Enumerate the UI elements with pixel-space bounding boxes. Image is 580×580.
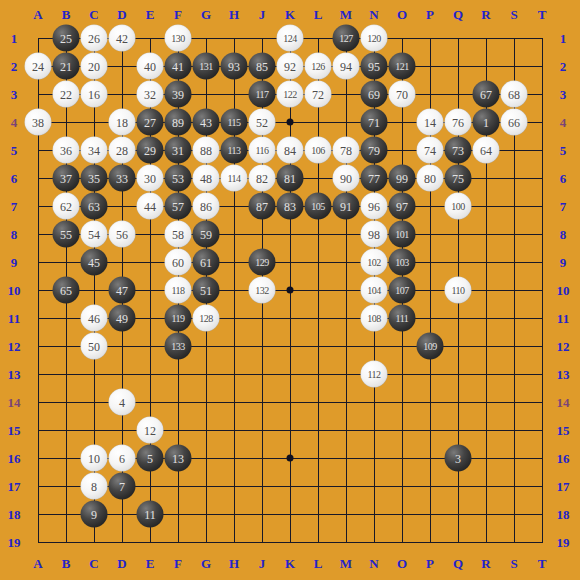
move-number: 108 (367, 313, 381, 323)
white-stone-E6: 30 (137, 165, 164, 192)
row-label-right: 15 (557, 424, 570, 437)
white-stone-C8: 54 (81, 221, 108, 248)
black-stone-F11: 119 (165, 305, 192, 332)
move-number: 112 (367, 369, 380, 379)
black-stone-N2: 95 (361, 53, 388, 80)
move-number: 65 (60, 284, 72, 296)
move-number: 21 (60, 60, 72, 72)
white-stone-Q10: 110 (445, 277, 472, 304)
black-stone-O7: 97 (389, 193, 416, 220)
white-stone-L3: 72 (305, 81, 332, 108)
move-number: 83 (284, 200, 296, 212)
row-label-right: 19 (557, 536, 570, 549)
black-stone-O11: 111 (389, 305, 416, 332)
black-stone-J7: 87 (249, 193, 276, 220)
black-stone-J2: 85 (249, 53, 276, 80)
move-number: 6 (119, 452, 125, 464)
white-stone-B7: 62 (53, 193, 80, 220)
column-label-top: R (481, 8, 490, 21)
black-stone-O2: 121 (389, 53, 416, 80)
move-number: 39 (172, 88, 184, 100)
row-label-left: 16 (8, 452, 21, 465)
move-number: 50 (88, 340, 100, 352)
move-number: 92 (284, 60, 296, 72)
move-number: 82 (256, 172, 268, 184)
white-stone-B5: 36 (53, 137, 80, 164)
move-number: 18 (116, 116, 128, 128)
column-label-top: L (314, 8, 323, 21)
move-number: 129 (255, 257, 269, 267)
black-stone-F7: 57 (165, 193, 192, 220)
move-number: 80 (424, 172, 436, 184)
star-point-K10 (287, 287, 294, 294)
row-label-right: 16 (557, 452, 570, 465)
white-stone-N8: 98 (361, 221, 388, 248)
white-stone-A2: 24 (25, 53, 52, 80)
move-number: 49 (116, 312, 128, 324)
black-stone-O6: 99 (389, 165, 416, 192)
row-label-left: 4 (11, 116, 18, 129)
row-label-right: 11 (557, 312, 569, 325)
move-number: 84 (284, 144, 296, 156)
move-number: 10 (88, 452, 100, 464)
row-label-left: 19 (8, 536, 21, 549)
white-stone-N1: 120 (361, 25, 388, 52)
white-stone-C3: 16 (81, 81, 108, 108)
column-label-top: D (117, 8, 126, 21)
move-number: 88 (200, 144, 212, 156)
white-stone-K2: 92 (277, 53, 304, 80)
move-number: 28 (116, 144, 128, 156)
move-number: 95 (368, 60, 380, 72)
move-number: 13 (172, 452, 184, 464)
white-stone-R5: 64 (473, 137, 500, 164)
white-stone-N7: 96 (361, 193, 388, 220)
move-number: 81 (284, 172, 296, 184)
white-stone-C11: 46 (81, 305, 108, 332)
black-stone-G4: 43 (193, 109, 220, 136)
white-stone-C5: 34 (81, 137, 108, 164)
black-stone-E5: 29 (137, 137, 164, 164)
black-stone-Q5: 73 (445, 137, 472, 164)
column-label-top: A (33, 8, 42, 21)
row-label-right: 1 (560, 32, 567, 45)
white-stone-E2: 40 (137, 53, 164, 80)
column-label-bottom: J (259, 557, 266, 570)
move-number: 29 (144, 144, 156, 156)
move-number: 94 (340, 60, 352, 72)
black-stone-P12: 109 (417, 333, 444, 360)
column-label-bottom: S (510, 557, 517, 570)
move-number: 115 (227, 117, 240, 127)
move-number: 3 (455, 452, 461, 464)
white-stone-C16: 10 (81, 445, 108, 472)
white-stone-J6: 82 (249, 165, 276, 192)
black-stone-G10: 51 (193, 277, 220, 304)
black-stone-B10: 65 (53, 277, 80, 304)
black-stone-K6: 81 (277, 165, 304, 192)
white-stone-F1: 130 (165, 25, 192, 52)
white-stone-M6: 90 (333, 165, 360, 192)
row-label-left: 6 (11, 172, 18, 185)
move-number: 8 (91, 480, 97, 492)
white-stone-D16: 6 (109, 445, 136, 472)
move-number: 56 (116, 228, 128, 240)
white-stone-N13: 112 (361, 361, 388, 388)
move-number: 52 (256, 116, 268, 128)
white-stone-D14: 4 (109, 389, 136, 416)
column-label-bottom: H (229, 557, 239, 570)
move-number: 41 (172, 60, 184, 72)
row-label-left: 5 (11, 144, 18, 157)
row-label-right: 13 (557, 368, 570, 381)
move-number: 97 (396, 200, 408, 212)
row-label-right: 5 (560, 144, 567, 157)
white-stone-C12: 50 (81, 333, 108, 360)
white-stone-N9: 102 (361, 249, 388, 276)
black-stone-F4: 89 (165, 109, 192, 136)
white-stone-G11: 128 (193, 305, 220, 332)
move-number: 104 (367, 285, 381, 295)
move-number: 16 (88, 88, 100, 100)
move-number: 44 (144, 200, 156, 212)
column-label-top: M (340, 8, 352, 21)
white-stone-G7: 86 (193, 193, 220, 220)
move-number: 116 (255, 145, 268, 155)
black-stone-C7: 63 (81, 193, 108, 220)
move-number: 113 (227, 145, 240, 155)
black-stone-O8: 101 (389, 221, 416, 248)
column-label-bottom: E (146, 557, 155, 570)
move-number: 105 (311, 201, 325, 211)
black-stone-G9: 61 (193, 249, 220, 276)
move-number: 64 (480, 144, 492, 156)
move-number: 107 (395, 285, 409, 295)
white-stone-P5: 74 (417, 137, 444, 164)
move-number: 128 (199, 313, 213, 323)
move-number: 91 (340, 200, 352, 212)
move-number: 69 (368, 88, 380, 100)
move-number: 130 (171, 33, 185, 43)
row-label-left: 9 (11, 256, 18, 269)
row-label-right: 3 (560, 88, 567, 101)
black-stone-K7: 83 (277, 193, 304, 220)
black-stone-F2: 41 (165, 53, 192, 80)
row-label-left: 11 (8, 312, 20, 325)
black-stone-C9: 45 (81, 249, 108, 276)
row-label-right: 9 (560, 256, 567, 269)
column-label-bottom: R (481, 557, 490, 570)
move-number: 34 (88, 144, 100, 156)
row-label-left: 12 (8, 340, 21, 353)
row-label-right: 8 (560, 228, 567, 241)
row-label-right: 18 (557, 508, 570, 521)
move-number: 120 (367, 33, 381, 43)
move-number: 43 (200, 116, 212, 128)
black-stone-C6: 35 (81, 165, 108, 192)
black-stone-D6: 33 (109, 165, 136, 192)
column-label-top: B (62, 8, 71, 21)
row-label-right: 14 (557, 396, 570, 409)
black-stone-R4: 1 (473, 109, 500, 136)
column-label-top: N (369, 8, 378, 21)
star-point-K4 (287, 119, 294, 126)
white-stone-H6: 114 (221, 165, 248, 192)
move-number: 24 (32, 60, 44, 72)
white-stone-N11: 108 (361, 305, 388, 332)
move-number: 103 (395, 257, 409, 267)
move-number: 51 (200, 284, 212, 296)
white-stone-O3: 70 (389, 81, 416, 108)
white-stone-D4: 18 (109, 109, 136, 136)
row-label-right: 7 (560, 200, 567, 213)
black-stone-F6: 53 (165, 165, 192, 192)
black-stone-E16: 5 (137, 445, 164, 472)
move-number: 79 (368, 144, 380, 156)
white-stone-S4: 66 (501, 109, 528, 136)
column-label-bottom: D (117, 557, 126, 570)
column-label-top: G (201, 8, 211, 21)
move-number: 122 (283, 89, 297, 99)
column-label-bottom: N (369, 557, 378, 570)
white-stone-Q4: 76 (445, 109, 472, 136)
column-label-top: K (285, 8, 295, 21)
move-number: 54 (88, 228, 100, 240)
move-number: 118 (171, 285, 184, 295)
move-number: 35 (88, 172, 100, 184)
move-number: 100 (451, 201, 465, 211)
move-number: 4 (119, 396, 125, 408)
column-label-bottom: A (33, 557, 42, 570)
black-stone-B8: 55 (53, 221, 80, 248)
move-number: 60 (172, 256, 184, 268)
white-stone-C17: 8 (81, 473, 108, 500)
row-label-right: 17 (557, 480, 570, 493)
column-label-top: Q (453, 8, 463, 21)
column-label-bottom: T (538, 557, 547, 570)
move-number: 99 (396, 172, 408, 184)
black-stone-B1: 25 (53, 25, 80, 52)
black-stone-R3: 67 (473, 81, 500, 108)
move-number: 85 (256, 60, 268, 72)
move-number: 9 (91, 508, 97, 520)
move-number: 48 (200, 172, 212, 184)
move-number: 63 (88, 200, 100, 212)
white-stone-D8: 56 (109, 221, 136, 248)
white-stone-D1: 42 (109, 25, 136, 52)
row-label-left: 17 (8, 480, 21, 493)
row-label-right: 12 (557, 340, 570, 353)
white-stone-J5: 116 (249, 137, 276, 164)
move-number: 26 (88, 32, 100, 44)
white-stone-K1: 124 (277, 25, 304, 52)
move-number: 76 (452, 116, 464, 128)
black-stone-M1: 127 (333, 25, 360, 52)
column-label-bottom: G (201, 557, 211, 570)
column-label-bottom: Q (453, 557, 463, 570)
black-stone-B6: 37 (53, 165, 80, 192)
row-label-right: 10 (557, 284, 570, 297)
move-number: 74 (424, 144, 436, 156)
move-number: 111 (396, 313, 409, 323)
move-number: 61 (200, 256, 212, 268)
row-label-left: 13 (8, 368, 21, 381)
black-stone-G2: 131 (193, 53, 220, 80)
black-stone-D11: 49 (109, 305, 136, 332)
move-number: 70 (396, 88, 408, 100)
move-number: 33 (116, 172, 128, 184)
row-label-left: 7 (11, 200, 18, 213)
move-number: 12 (144, 424, 156, 436)
column-label-bottom: B (62, 557, 71, 570)
move-number: 90 (340, 172, 352, 184)
move-number: 109 (423, 341, 437, 351)
column-label-top: T (538, 8, 547, 21)
column-label-top: E (146, 8, 155, 21)
white-stone-Q7: 100 (445, 193, 472, 220)
black-stone-H2: 93 (221, 53, 248, 80)
column-label-top: F (174, 8, 182, 21)
move-number: 68 (508, 88, 520, 100)
move-number: 121 (395, 61, 409, 71)
white-stone-A4: 38 (25, 109, 52, 136)
move-number: 132 (255, 285, 269, 295)
row-label-left: 8 (11, 228, 18, 241)
black-stone-G8: 59 (193, 221, 220, 248)
black-stone-N6: 77 (361, 165, 388, 192)
move-number: 131 (199, 61, 213, 71)
white-stone-J4: 52 (249, 109, 276, 136)
move-number: 101 (395, 229, 409, 239)
white-stone-K5: 84 (277, 137, 304, 164)
move-number: 124 (283, 33, 297, 43)
column-label-bottom: L (314, 557, 323, 570)
move-number: 38 (32, 116, 44, 128)
white-stone-J10: 132 (249, 277, 276, 304)
row-label-left: 10 (8, 284, 21, 297)
move-number: 133 (171, 341, 185, 351)
white-stone-N10: 104 (361, 277, 388, 304)
move-number: 96 (368, 200, 380, 212)
column-label-top: P (426, 8, 434, 21)
black-stone-N3: 69 (361, 81, 388, 108)
move-number: 1 (483, 116, 489, 128)
move-number: 14 (424, 116, 436, 128)
move-number: 45 (88, 256, 100, 268)
white-stone-F10: 118 (165, 277, 192, 304)
move-number: 114 (227, 173, 240, 183)
move-number: 106 (311, 145, 325, 155)
move-number: 57 (172, 200, 184, 212)
row-label-left: 15 (8, 424, 21, 437)
column-label-bottom: O (397, 557, 407, 570)
column-label-bottom: F (174, 557, 182, 570)
move-number: 78 (340, 144, 352, 156)
black-stone-D17: 7 (109, 473, 136, 500)
black-stone-N4: 71 (361, 109, 388, 136)
move-number: 58 (172, 228, 184, 240)
column-label-top: C (89, 8, 98, 21)
move-number: 27 (144, 116, 156, 128)
move-number: 98 (368, 228, 380, 240)
go-board[interactable]: AABBCCDDEEFFGGHHJJKKLLMMNNOOPPQQRRSSTT11… (0, 0, 580, 580)
white-stone-G6: 48 (193, 165, 220, 192)
move-number: 40 (144, 60, 156, 72)
white-stone-E15: 12 (137, 417, 164, 444)
white-stone-P4: 14 (417, 109, 444, 136)
black-stone-N5: 79 (361, 137, 388, 164)
white-stone-D5: 28 (109, 137, 136, 164)
move-number: 89 (172, 116, 184, 128)
move-number: 62 (60, 200, 72, 212)
black-stone-Q6: 75 (445, 165, 472, 192)
black-stone-D10: 47 (109, 277, 136, 304)
move-number: 102 (367, 257, 381, 267)
white-stone-E3: 32 (137, 81, 164, 108)
move-number: 36 (60, 144, 72, 156)
row-label-left: 1 (11, 32, 18, 45)
move-number: 37 (60, 172, 72, 184)
move-number: 5 (147, 452, 153, 464)
black-stone-F16: 13 (165, 445, 192, 472)
white-stone-E7: 44 (137, 193, 164, 220)
move-number: 31 (172, 144, 184, 156)
row-label-left: 14 (8, 396, 21, 409)
move-number: 72 (312, 88, 324, 100)
move-number: 87 (256, 200, 268, 212)
move-number: 127 (339, 33, 353, 43)
move-number: 93 (228, 60, 240, 72)
black-stone-B2: 21 (53, 53, 80, 80)
column-label-bottom: K (285, 557, 295, 570)
white-stone-P6: 80 (417, 165, 444, 192)
row-label-left: 18 (8, 508, 21, 521)
column-label-bottom: P (426, 557, 434, 570)
row-label-left: 2 (11, 60, 18, 73)
black-stone-C18: 9 (81, 501, 108, 528)
move-number: 32 (144, 88, 156, 100)
move-number: 22 (60, 88, 72, 100)
move-number: 42 (116, 32, 128, 44)
move-number: 77 (368, 172, 380, 184)
star-point-K16 (287, 455, 294, 462)
row-label-right: 2 (560, 60, 567, 73)
move-number: 75 (452, 172, 464, 184)
move-number: 30 (144, 172, 156, 184)
row-label-left: 3 (11, 88, 18, 101)
black-stone-E18: 11 (137, 501, 164, 528)
move-number: 46 (88, 312, 100, 324)
black-stone-J9: 129 (249, 249, 276, 276)
move-number: 117 (255, 89, 268, 99)
black-stone-F5: 31 (165, 137, 192, 164)
black-stone-J3: 117 (249, 81, 276, 108)
column-label-top: O (397, 8, 407, 21)
column-label-top: S (510, 8, 517, 21)
white-stone-L2: 126 (305, 53, 332, 80)
black-stone-H4: 115 (221, 109, 248, 136)
column-label-bottom: M (340, 557, 352, 570)
black-stone-O9: 103 (389, 249, 416, 276)
black-stone-Q16: 3 (445, 445, 472, 472)
move-number: 59 (200, 228, 212, 240)
move-number: 11 (144, 508, 156, 520)
move-number: 25 (60, 32, 72, 44)
white-stone-B3: 22 (53, 81, 80, 108)
black-stone-H5: 113 (221, 137, 248, 164)
move-number: 66 (508, 116, 520, 128)
move-number: 71 (368, 116, 380, 128)
